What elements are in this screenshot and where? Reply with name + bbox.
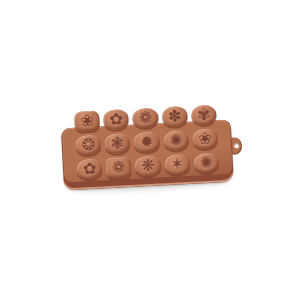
chrysanthemum-relief: ✺ [169, 132, 183, 149]
cavity-r3c1-pumpkin-blossom: ✿ [77, 158, 103, 179]
dot-center-flower-relief: ✽ [167, 108, 181, 125]
cavity-r2c4-chrysanthemum: ✺ [163, 130, 189, 151]
plum-blossom-relief: ❀ [198, 131, 212, 148]
fluted-dahlia-relief: ✺ [199, 155, 213, 172]
cavity-grid: ❀✿❁✽✾❂❃✹✺❀✿❁❋✶✺ [74, 104, 219, 179]
rose-swirl-relief: ❃ [110, 135, 124, 152]
product-photo: ❀✿❁✽✾❂❃✹✺❀✿❁❋✶✺ [0, 0, 300, 300]
cavity-r2c2-rose-swirl: ❃ [104, 133, 130, 154]
cavity-r1c3-daisy: ❁ [132, 107, 158, 128]
scalloped-blossom-relief: ❀ [80, 113, 94, 130]
eight-petal-blossom-relief: ✿ [109, 111, 123, 128]
chocolate-mold-tray: ❀✿❁✽✾❂❃✹✺❀✿❁❋✶✺ [60, 100, 236, 197]
cavity-r2c1-ring-center-flower: ❂ [75, 134, 101, 155]
pumpkin-blossom-relief: ✿ [83, 161, 97, 178]
cavity-r1c4-dot-center-flower: ✽ [161, 106, 187, 127]
cavity-r2c3-eight-point-star-flower: ✹ [134, 131, 160, 152]
daisy-relief: ❁ [138, 110, 152, 127]
cavity-r2c5-plum-blossom: ❀ [192, 128, 218, 149]
cavity-r3c2-square-flower-tile: ❁ [106, 157, 132, 178]
cavity-r1c1-scalloped-blossom: ❀ [74, 111, 100, 132]
rose-bloom-relief: ✾ [197, 107, 211, 124]
cavity-r3c4-six-point-star-flower: ✶ [164, 154, 190, 175]
cavity-r1c2-eight-petal-blossom: ✿ [103, 109, 129, 130]
ring-center-flower-relief: ❂ [81, 137, 95, 154]
eight-point-star-flower-relief: ✹ [140, 134, 154, 151]
cavity-r3c3-broad-petal-flower: ❋ [135, 155, 161, 176]
cavity-r3c5-fluted-dahlia: ✺ [193, 152, 219, 173]
hang-hole [234, 143, 239, 148]
broad-petal-flower-relief: ❋ [141, 158, 155, 175]
six-point-star-flower-relief: ✶ [170, 156, 184, 173]
cavity-r1c5-rose-bloom: ✾ [191, 104, 217, 125]
square-flower-tile-relief: ❁ [112, 159, 126, 176]
